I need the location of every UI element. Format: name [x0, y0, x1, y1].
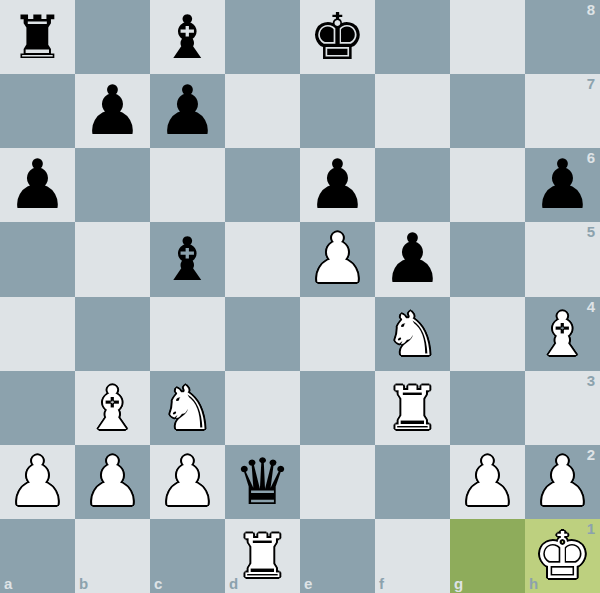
square-g3[interactable]: [450, 371, 525, 445]
square-h6[interactable]: ♟6: [525, 148, 600, 222]
square-f8[interactable]: [375, 0, 450, 74]
square-d8[interactable]: [225, 0, 300, 74]
square-h8[interactable]: 8: [525, 0, 600, 74]
square-b6[interactable]: [75, 148, 150, 222]
piece-black-pawn[interactable]: ♟: [532, 151, 593, 219]
square-b8[interactable]: [75, 0, 150, 74]
square-a2[interactable]: ♟: [0, 445, 75, 519]
square-d4[interactable]: [225, 297, 300, 371]
square-d6[interactable]: [225, 148, 300, 222]
square-h7[interactable]: 7: [525, 74, 600, 148]
square-d1[interactable]: ♜d: [225, 519, 300, 593]
piece-white-knight[interactable]: ♞: [386, 304, 440, 364]
square-e6[interactable]: ♟: [300, 148, 375, 222]
coord-file-f: f: [379, 575, 384, 592]
piece-white-pawn[interactable]: ♟: [157, 448, 218, 516]
square-g7[interactable]: [450, 74, 525, 148]
piece-black-king[interactable]: ♚: [309, 5, 366, 69]
square-h5[interactable]: 5: [525, 222, 600, 296]
piece-white-pawn[interactable]: ♟: [307, 225, 368, 293]
square-b3[interactable]: ♝: [75, 371, 150, 445]
square-d5[interactable]: [225, 222, 300, 296]
square-g1[interactable]: g: [450, 519, 525, 593]
square-h1[interactable]: ♚1h: [525, 519, 600, 593]
square-a6[interactable]: ♟: [0, 148, 75, 222]
square-f2[interactable]: [375, 445, 450, 519]
square-h2[interactable]: ♟2: [525, 445, 600, 519]
coord-file-g: g: [454, 575, 463, 592]
square-f7[interactable]: [375, 74, 450, 148]
square-a7[interactable]: [0, 74, 75, 148]
square-g4[interactable]: [450, 297, 525, 371]
square-f6[interactable]: [375, 148, 450, 222]
piece-black-bishop[interactable]: ♝: [161, 7, 215, 67]
square-c3[interactable]: ♞: [150, 371, 225, 445]
chess-board[interactable]: ♜♝♚8♟♟7♟♟♟6♝♟♟5♞♝4♝♞♜3♟♟♟♛♟♟2abc♜defg♚1h: [0, 0, 600, 593]
square-a8[interactable]: ♜: [0, 0, 75, 74]
square-b2[interactable]: ♟: [75, 445, 150, 519]
piece-black-pawn[interactable]: ♟: [7, 151, 68, 219]
square-f5[interactable]: ♟: [375, 222, 450, 296]
piece-black-rook[interactable]: ♜: [11, 7, 65, 67]
coord-rank-7: 7: [587, 75, 595, 92]
piece-black-pawn[interactable]: ♟: [82, 77, 143, 145]
piece-white-bishop[interactable]: ♝: [536, 304, 590, 364]
piece-black-bishop[interactable]: ♝: [161, 229, 215, 289]
square-a4[interactable]: [0, 297, 75, 371]
square-c2[interactable]: ♟: [150, 445, 225, 519]
piece-black-pawn[interactable]: ♟: [157, 77, 218, 145]
square-b7[interactable]: ♟: [75, 74, 150, 148]
square-c1[interactable]: c: [150, 519, 225, 593]
square-h4[interactable]: ♝4: [525, 297, 600, 371]
square-b1[interactable]: b: [75, 519, 150, 593]
piece-white-rook[interactable]: ♜: [386, 378, 440, 438]
square-e1[interactable]: e: [300, 519, 375, 593]
square-c4[interactable]: [150, 297, 225, 371]
square-d3[interactable]: [225, 371, 300, 445]
square-e8[interactable]: ♚: [300, 0, 375, 74]
square-a1[interactable]: a: [0, 519, 75, 593]
square-g5[interactable]: [450, 222, 525, 296]
coord-file-c: c: [154, 575, 162, 592]
piece-white-pawn[interactable]: ♟: [532, 448, 593, 516]
square-b5[interactable]: [75, 222, 150, 296]
piece-white-knight[interactable]: ♞: [161, 378, 215, 438]
square-g8[interactable]: [450, 0, 525, 74]
square-f1[interactable]: f: [375, 519, 450, 593]
square-d7[interactable]: [225, 74, 300, 148]
square-h3[interactable]: 3: [525, 371, 600, 445]
piece-black-queen[interactable]: ♛: [234, 450, 291, 514]
piece-white-pawn[interactable]: ♟: [457, 448, 518, 516]
square-e7[interactable]: [300, 74, 375, 148]
square-f4[interactable]: ♞: [375, 297, 450, 371]
square-c7[interactable]: ♟: [150, 74, 225, 148]
piece-white-rook[interactable]: ♜: [236, 526, 290, 586]
square-b4[interactable]: [75, 297, 150, 371]
square-f3[interactable]: ♜: [375, 371, 450, 445]
square-c6[interactable]: [150, 148, 225, 222]
square-c5[interactable]: ♝: [150, 222, 225, 296]
coord-file-b: b: [79, 575, 88, 592]
square-g2[interactable]: ♟: [450, 445, 525, 519]
coord-file-a: a: [4, 575, 12, 592]
coord-rank-8: 8: [587, 1, 595, 18]
square-e3[interactable]: [300, 371, 375, 445]
square-d2[interactable]: ♛: [225, 445, 300, 519]
piece-black-pawn[interactable]: ♟: [382, 225, 443, 293]
square-c8[interactable]: ♝: [150, 0, 225, 74]
piece-white-pawn[interactable]: ♟: [7, 448, 68, 516]
square-g6[interactable]: [450, 148, 525, 222]
square-e4[interactable]: [300, 297, 375, 371]
square-e5[interactable]: ♟: [300, 222, 375, 296]
square-a5[interactable]: [0, 222, 75, 296]
square-e2[interactable]: [300, 445, 375, 519]
piece-white-bishop[interactable]: ♝: [86, 378, 140, 438]
piece-white-king[interactable]: ♚: [534, 524, 591, 588]
piece-black-pawn[interactable]: ♟: [307, 151, 368, 219]
coord-rank-5: 5: [587, 223, 595, 240]
coord-file-e: e: [304, 575, 312, 592]
square-a3[interactable]: [0, 371, 75, 445]
piece-white-pawn[interactable]: ♟: [82, 448, 143, 516]
coord-rank-3: 3: [587, 372, 595, 389]
